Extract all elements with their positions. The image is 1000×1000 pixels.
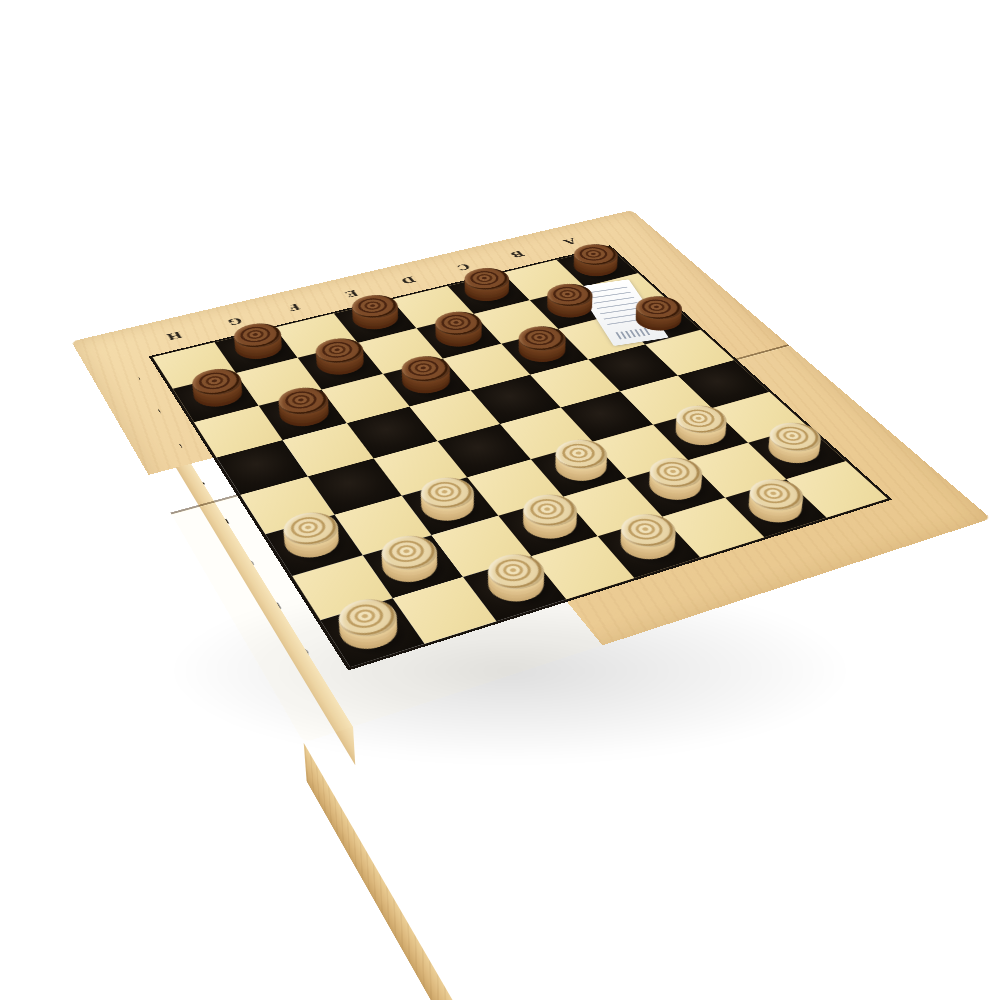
brown-checker-d2 xyxy=(428,321,489,353)
cream-checker-g7 xyxy=(374,545,446,590)
cream-checker-f8 xyxy=(479,564,553,611)
left-rank-label-2: 2 xyxy=(143,408,163,418)
left-rank-label-4: 4 xyxy=(186,479,207,490)
right-rank-label-4: 4 xyxy=(733,333,753,342)
sticker-barcode xyxy=(616,328,653,340)
cream-checker-c7 xyxy=(640,467,711,507)
brown-checker-g3 xyxy=(273,397,336,433)
brown-checker-e1 xyxy=(346,305,405,336)
right-rank-label-2: 2 xyxy=(669,277,688,285)
cream-checker-b6 xyxy=(666,415,734,452)
square-h3 xyxy=(194,406,283,458)
cream-checker-d8 xyxy=(611,524,685,568)
right-rank-label-1: 1 xyxy=(639,250,657,258)
far-file-label-d: D xyxy=(399,275,417,285)
far-file-label-f: F xyxy=(286,302,302,312)
brown-checker-c3 xyxy=(511,336,574,369)
brown-checker-c1 xyxy=(457,278,516,308)
far-file-label-a: A xyxy=(561,237,578,246)
brown-checker-g1 xyxy=(229,333,289,366)
brown-checker-a1 xyxy=(566,254,625,282)
cream-checker-h6 xyxy=(277,522,347,566)
cream-checker-d6 xyxy=(547,449,616,488)
far-file-label-h: H xyxy=(165,330,184,341)
far-file-label-c: C xyxy=(455,262,472,271)
cream-checker-f6 xyxy=(413,487,483,529)
brown-checker-e3 xyxy=(395,366,458,401)
brown-checker-b2 xyxy=(539,293,600,324)
product-photo-scene: HHGGFFEEDDCCBBAA1122334455667788 xyxy=(0,0,1000,1000)
cream-checker-e7 xyxy=(514,504,585,547)
brown-checker-f2 xyxy=(310,348,371,382)
board-side-right-face xyxy=(304,743,765,1000)
right-rank-label-3: 3 xyxy=(700,304,719,312)
left-rank-label-1: 1 xyxy=(123,375,142,385)
right-rank-label-6: 6 xyxy=(804,396,825,406)
brown-checker-h2 xyxy=(187,379,249,414)
cream-checker-h8 xyxy=(331,609,406,659)
far-file-label-g: G xyxy=(226,316,244,326)
left-rank-label-3: 3 xyxy=(164,443,185,454)
far-file-label-e: E xyxy=(343,288,360,298)
far-file-label-b: B xyxy=(508,249,526,258)
